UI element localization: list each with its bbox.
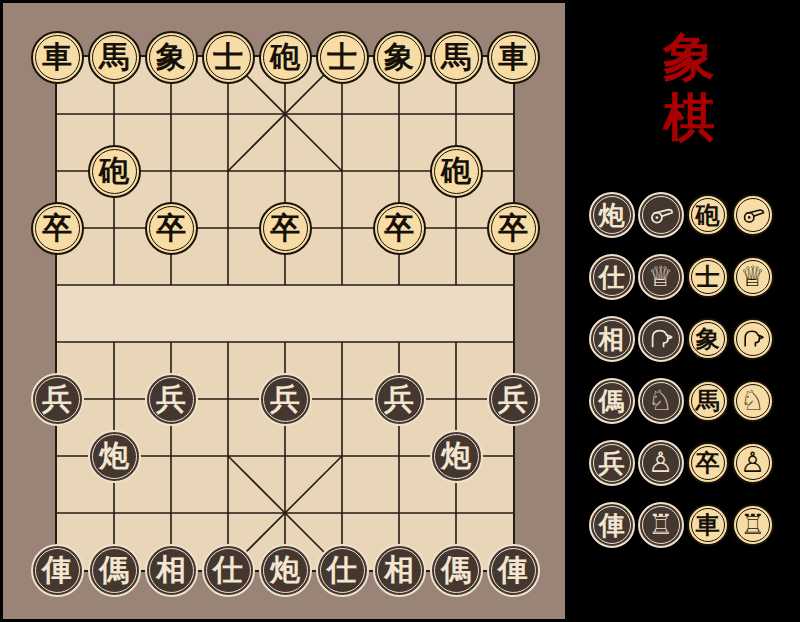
piece-light-soldier[interactable]: 卒	[487, 202, 540, 255]
piece-light-soldier[interactable]: 卒	[145, 202, 198, 255]
piece-dark-elephant[interactable]: 相	[145, 544, 198, 597]
piece-dark-cannon[interactable]: 炮	[88, 430, 141, 483]
piece-light-soldier[interactable]: 卒	[373, 202, 426, 255]
piece-dark-elephant[interactable]: 相	[373, 544, 426, 597]
legend-dark-cannon-western	[638, 192, 684, 238]
piece-light-cannon[interactable]: 砲	[259, 31, 312, 84]
legend-light-soldier-western: ♙	[732, 442, 774, 484]
legend-light-advisor-char: 士	[687, 256, 729, 298]
legend-row-soldier: 兵♙卒♙	[565, 440, 797, 486]
piece-dark-soldier[interactable]: 兵	[259, 373, 312, 426]
legend-row-horse: 傌♘馬♘	[565, 378, 797, 424]
rook-icon: ♖	[648, 511, 673, 539]
xiangqi-board: 車馬象士砲士象馬車砲砲卒卒卒卒卒兵兵兵兵兵炮炮俥傌相仕炮仕相傌俥	[55, 55, 515, 572]
page-title: 象 棋	[565, 27, 797, 147]
legend-dark-horse-western: ♘	[638, 378, 684, 424]
legend-light-chariot-western: ♖	[732, 504, 774, 546]
piece-dark-soldier[interactable]: 兵	[373, 373, 426, 426]
xiangqi-diagram: 車馬象士砲士象馬車砲砲卒卒卒卒卒兵兵兵兵兵炮炮俥傌相仕炮仕相傌俥 象 棋 炮砲仕…	[0, 0, 800, 622]
legend-light-chariot-char: 車	[687, 504, 729, 546]
legend-row-cannon: 炮砲	[565, 192, 797, 238]
piece-light-soldier[interactable]: 卒	[31, 202, 84, 255]
title-char-xiang: 象	[581, 27, 797, 87]
legend-dark-soldier-western: ♙	[638, 440, 684, 486]
piece-dark-chariot[interactable]: 俥	[487, 544, 540, 597]
legend-light-horse-western: ♘	[732, 380, 774, 422]
title-char-qi: 棋	[581, 87, 797, 147]
legend-row-advisor: 仕♕士♕	[565, 254, 797, 300]
piece-dark-horse[interactable]: 傌	[430, 544, 483, 597]
elephant-icon	[647, 325, 675, 353]
legend-dark-chariot-western: ♖	[638, 502, 684, 548]
legend-row-chariot: 俥♖車♖	[565, 502, 797, 548]
legend-dark-cannon-char: 炮	[589, 192, 635, 238]
legend-dark-soldier-char: 兵	[589, 440, 635, 486]
side-panel: 象 棋 炮砲仕♕士♕相象傌♘馬♘兵♙卒♙俥♖車♖	[565, 3, 797, 619]
cannon-icon	[740, 202, 766, 228]
legend-dark-elephant-western	[638, 316, 684, 362]
piece-dark-chariot[interactable]: 俥	[31, 544, 84, 597]
rook-icon: ♖	[740, 511, 765, 539]
legend-dark-elephant-char: 相	[589, 316, 635, 362]
legend-light-elephant-char: 象	[687, 318, 729, 360]
legend-light-horse-char: 馬	[687, 380, 729, 422]
piece-light-elephant[interactable]: 象	[145, 31, 198, 84]
legend-dark-advisor-char: 仕	[589, 254, 635, 300]
piece-dark-soldier[interactable]: 兵	[145, 373, 198, 426]
piece-dark-soldier[interactable]: 兵	[31, 373, 84, 426]
piece-dark-cannon[interactable]: 炮	[259, 544, 312, 597]
legend-row-elephant: 相象	[565, 316, 797, 362]
cannon-icon	[647, 201, 675, 229]
pieces-grid: 車馬象士砲士象馬車砲砲卒卒卒卒卒兵兵兵兵兵炮炮俥傌相仕炮仕相傌俥	[29, 29, 542, 599]
knight-icon: ♘	[740, 387, 765, 415]
pawn-icon: ♙	[740, 449, 765, 477]
legend-light-advisor-western: ♕	[732, 256, 774, 298]
board-frame: 車馬象士砲士象馬車砲砲卒卒卒卒卒兵兵兵兵兵炮炮俥傌相仕炮仕相傌俥	[3, 3, 565, 619]
piece-light-advisor[interactable]: 士	[316, 31, 369, 84]
elephant-icon	[740, 326, 766, 352]
pawn-icon: ♙	[648, 449, 673, 477]
legend-dark-horse-char: 傌	[589, 378, 635, 424]
piece-dark-soldier[interactable]: 兵	[487, 373, 540, 426]
legend-light-soldier-char: 卒	[687, 442, 729, 484]
legend-light-cannon-western	[732, 194, 774, 236]
queen-icon: ♕	[648, 263, 673, 291]
queen-icon: ♕	[740, 263, 765, 291]
piece-light-elephant[interactable]: 象	[373, 31, 426, 84]
piece-legend: 炮砲仕♕士♕相象傌♘馬♘兵♙卒♙俥♖車♖	[565, 192, 797, 564]
piece-light-horse[interactable]: 馬	[88, 31, 141, 84]
piece-dark-advisor[interactable]: 仕	[316, 544, 369, 597]
legend-light-cannon-char: 砲	[687, 194, 729, 236]
piece-light-cannon[interactable]: 砲	[430, 145, 483, 198]
piece-light-horse[interactable]: 馬	[430, 31, 483, 84]
knight-icon: ♘	[648, 387, 673, 415]
piece-light-advisor[interactable]: 士	[202, 31, 255, 84]
piece-light-cannon[interactable]: 砲	[88, 145, 141, 198]
legend-light-elephant-western	[732, 318, 774, 360]
piece-light-chariot[interactable]: 車	[487, 31, 540, 84]
piece-light-chariot[interactable]: 車	[31, 31, 84, 84]
piece-dark-horse[interactable]: 傌	[88, 544, 141, 597]
piece-dark-advisor[interactable]: 仕	[202, 544, 255, 597]
piece-light-soldier[interactable]: 卒	[259, 202, 312, 255]
legend-dark-advisor-western: ♕	[638, 254, 684, 300]
legend-dark-chariot-char: 俥	[589, 502, 635, 548]
piece-dark-cannon[interactable]: 炮	[430, 430, 483, 483]
